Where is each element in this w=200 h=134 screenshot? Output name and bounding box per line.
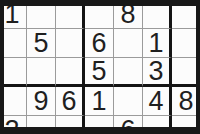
cell-r1c4[interactable] — [85, 6, 114, 29]
cell-r2c5[interactable] — [114, 29, 143, 58]
cell-r4c2[interactable]: 9 — [27, 87, 56, 116]
cell-r5c5[interactable]: 6 — [114, 116, 143, 127]
sudoku-grid: 1 8 5 6 1 5 3 9 6 1 4 — [4, 6, 196, 127]
cell-r1c3[interactable] — [56, 6, 85, 29]
cell-r2c1[interactable] — [4, 29, 27, 58]
cell-r5c1[interactable]: 2 — [4, 116, 27, 127]
cell-r3c6[interactable]: 3 — [143, 58, 172, 87]
cell-r3c3[interactable] — [56, 58, 85, 87]
cell-r2c7[interactable] — [172, 29, 196, 58]
cell-r2c2[interactable]: 5 — [27, 29, 56, 58]
cell-r3c4[interactable]: 5 — [85, 58, 114, 87]
cell-r5c2[interactable] — [27, 116, 56, 127]
cell-r2c6[interactable]: 1 — [143, 29, 172, 58]
sudoku-screenshot: 1 8 5 6 1 5 3 9 6 1 4 — [0, 0, 200, 134]
cell-r3c5[interactable] — [114, 58, 143, 87]
cell-r5c3[interactable] — [56, 116, 85, 127]
cell-r5c7[interactable] — [172, 116, 196, 127]
sudoku-board: 1 8 5 6 1 5 3 9 6 1 4 — [4, 6, 196, 127]
cell-r4c4[interactable]: 1 — [85, 87, 114, 116]
cell-r4c5[interactable] — [114, 87, 143, 116]
cell-r4c1[interactable] — [4, 87, 27, 116]
cell-r2c3[interactable] — [56, 29, 85, 58]
cell-r3c1[interactable] — [4, 58, 27, 87]
cell-r1c5[interactable]: 8 — [114, 6, 143, 29]
cell-r5c6[interactable] — [143, 116, 172, 127]
cell-r1c2[interactable] — [27, 6, 56, 29]
cell-r5c4[interactable] — [85, 116, 114, 127]
cell-r4c6[interactable]: 4 — [143, 87, 172, 116]
cell-r2c4[interactable]: 6 — [85, 29, 114, 58]
cell-r3c2[interactable] — [27, 58, 56, 87]
cell-r4c3[interactable]: 6 — [56, 87, 85, 116]
cell-r1c7[interactable] — [172, 6, 196, 29]
cell-r1c6[interactable] — [143, 6, 172, 29]
cell-r4c7[interactable]: 8 — [172, 87, 196, 116]
cell-r1c1[interactable]: 1 — [4, 6, 27, 29]
cell-r3c7[interactable] — [172, 58, 196, 87]
